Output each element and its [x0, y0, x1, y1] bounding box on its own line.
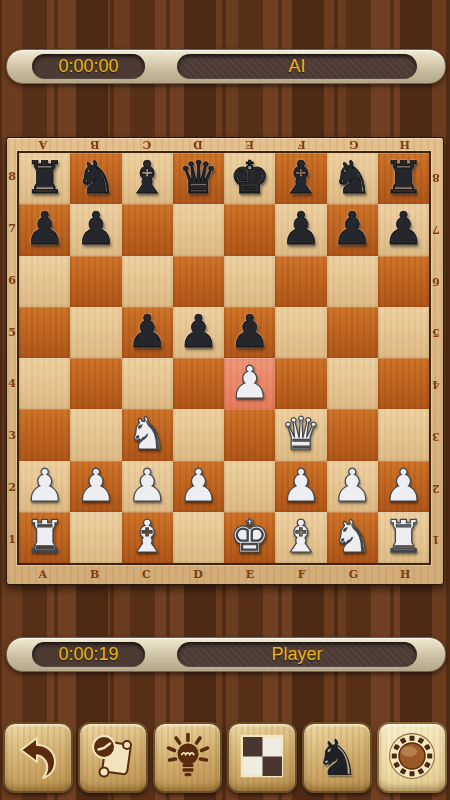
white-knight: ♞: [127, 411, 167, 456]
coordinate-label: 6: [7, 255, 17, 307]
black-rook: ♜: [383, 155, 423, 200]
player-name: Player: [177, 642, 417, 667]
coordinate-label: B: [69, 138, 121, 151]
toolbar: ♞: [3, 722, 447, 793]
ai-time: 0:00:00: [32, 54, 145, 79]
black-knight: ♞: [332, 155, 372, 200]
black-king: ♚: [229, 155, 269, 200]
square-c7[interactable]: [122, 204, 173, 255]
coordinate-label: A: [17, 565, 69, 584]
square-h6[interactable]: [378, 256, 429, 307]
player-time: 0:00:19: [32, 642, 145, 667]
white-rook: ♜: [383, 514, 423, 559]
hint-lightbulb-icon: [164, 732, 212, 783]
coordinate-label: G: [328, 138, 380, 151]
black-pawn: ♟: [281, 206, 321, 251]
white-pawn: ♟: [229, 360, 269, 405]
white-bishop: ♝: [127, 514, 167, 559]
checkerboard-icon: [238, 732, 286, 783]
white-pawn: ♟: [24, 463, 64, 508]
square-f2[interactable]: ♟: [275, 461, 326, 512]
square-a7[interactable]: ♟: [19, 204, 70, 255]
square-e1[interactable]: ♚: [224, 512, 275, 563]
coordinate-label: 4: [429, 358, 443, 410]
settings-button[interactable]: [377, 722, 447, 793]
white-queen: ♛: [281, 411, 321, 456]
white-knight: ♞: [332, 514, 372, 559]
coordinate-label: E: [224, 138, 276, 151]
square-e2[interactable]: [224, 461, 275, 512]
square-c8[interactable]: ♝: [122, 153, 173, 204]
square-e3[interactable]: [224, 409, 275, 460]
square-b6[interactable]: [70, 256, 121, 307]
square-b2[interactable]: ♟: [70, 461, 121, 512]
square-b8[interactable]: ♞: [70, 153, 121, 204]
square-h5[interactable]: [378, 307, 429, 358]
white-pawn: ♟: [76, 463, 116, 508]
black-pawn: ♟: [229, 309, 269, 354]
rank-labels-left: 87654321: [7, 151, 17, 565]
coordinate-label: H: [379, 138, 431, 151]
ai-name: AI: [177, 54, 417, 79]
coordinate-label: F: [276, 138, 328, 151]
square-g5[interactable]: [327, 307, 378, 358]
square-e8[interactable]: ♚: [224, 153, 275, 204]
file-labels-top: ABCDEFGH: [17, 138, 431, 151]
move-list-button[interactable]: [78, 722, 148, 793]
coordinate-label: B: [69, 565, 121, 584]
square-f8[interactable]: ♝: [275, 153, 326, 204]
black-bishop: ♝: [281, 155, 321, 200]
coordinate-label: C: [121, 138, 173, 151]
square-h3[interactable]: [378, 409, 429, 460]
square-c5[interactable]: ♟: [122, 307, 173, 358]
coordinate-label: 1: [7, 513, 17, 565]
white-pawn: ♟: [332, 463, 372, 508]
coordinate-label: F: [276, 565, 328, 584]
black-bishop: ♝: [127, 155, 167, 200]
square-d6[interactable]: [173, 256, 224, 307]
black-pawn: ♟: [383, 206, 423, 251]
square-d4[interactable]: [173, 358, 224, 409]
black-queen: ♛: [178, 155, 218, 200]
coordinate-label: 3: [7, 410, 17, 462]
square-a8[interactable]: ♜: [19, 153, 70, 204]
ai-clock-bar: 0:00:00 AI: [6, 49, 446, 84]
board-grid: ♜♞♝♛♚♝♞♜♟♟♟♟♟♟♟♟♟♞♛♟♟♟♟♟♟♟♜♝♚♝♞♜: [17, 151, 431, 565]
square-d3[interactable]: [173, 409, 224, 460]
square-d5[interactable]: ♟: [173, 307, 224, 358]
square-f3[interactable]: ♛: [275, 409, 326, 460]
coordinate-label: 6: [429, 255, 443, 307]
white-pawn: ♟: [127, 463, 167, 508]
white-pawn: ♟: [383, 463, 423, 508]
black-knight: ♞: [76, 155, 116, 200]
square-e4[interactable]: ♟: [224, 358, 275, 409]
square-b1[interactable]: [70, 512, 121, 563]
settings-dial-icon: [387, 731, 437, 784]
square-h8[interactable]: ♜: [378, 153, 429, 204]
square-a2[interactable]: ♟: [19, 461, 70, 512]
square-d7[interactable]: [173, 204, 224, 255]
square-a4[interactable]: [19, 358, 70, 409]
square-a5[interactable]: [19, 307, 70, 358]
coordinate-label: H: [379, 565, 431, 584]
square-b4[interactable]: [70, 358, 121, 409]
square-h1[interactable]: ♜: [378, 512, 429, 563]
black-pawn: ♟: [24, 206, 64, 251]
hint-button[interactable]: [153, 722, 223, 793]
black-pawn: ♟: [178, 309, 218, 354]
square-f4[interactable]: [275, 358, 326, 409]
square-g2[interactable]: ♟: [327, 461, 378, 512]
coordinate-label: D: [172, 565, 224, 584]
square-a3[interactable]: [19, 409, 70, 460]
coordinate-label: 2: [429, 462, 443, 514]
rank-labels-right: 87654321: [429, 151, 443, 565]
square-d2[interactable]: ♟: [173, 461, 224, 512]
white-rook: ♜: [24, 514, 64, 559]
coordinate-label: 1: [429, 513, 443, 565]
knight-icon: ♞: [315, 733, 360, 783]
black-rook: ♜: [24, 155, 64, 200]
undo-button[interactable]: [3, 722, 73, 793]
square-c4[interactable]: [122, 358, 173, 409]
square-c3[interactable]: ♞: [122, 409, 173, 460]
square-b3[interactable]: [70, 409, 121, 460]
coordinate-label: 3: [429, 410, 443, 462]
black-pawn: ♟: [76, 206, 116, 251]
board-style-button[interactable]: [227, 722, 297, 793]
square-h7[interactable]: ♟: [378, 204, 429, 255]
square-g4[interactable]: [327, 358, 378, 409]
pieces-button[interactable]: ♞: [302, 722, 372, 793]
square-g1[interactable]: ♞: [327, 512, 378, 563]
square-f7[interactable]: ♟: [275, 204, 326, 255]
move-list-scroll-clock-icon: [89, 732, 137, 783]
square-f6[interactable]: [275, 256, 326, 307]
square-b7[interactable]: ♟: [70, 204, 121, 255]
white-pawn: ♟: [281, 463, 321, 508]
coordinate-label: E: [224, 565, 276, 584]
white-king: ♚: [229, 514, 269, 559]
coordinate-label: 7: [429, 203, 443, 255]
square-f1[interactable]: ♝: [275, 512, 326, 563]
player-clock-bar: 0:00:19 Player: [6, 637, 446, 672]
square-c1[interactable]: ♝: [122, 512, 173, 563]
coordinate-label: 5: [7, 306, 17, 358]
coordinate-label: G: [328, 565, 380, 584]
square-c2[interactable]: ♟: [122, 461, 173, 512]
square-h2[interactable]: ♟: [378, 461, 429, 512]
coordinate-label: 2: [7, 462, 17, 514]
file-labels-bottom: ABCDEFGH: [17, 565, 431, 584]
square-a1[interactable]: ♜: [19, 512, 70, 563]
undo-arrow-icon: [14, 732, 62, 783]
square-g3[interactable]: [327, 409, 378, 460]
coordinate-label: C: [121, 565, 173, 584]
white-bishop: ♝: [281, 514, 321, 559]
coordinate-label: D: [172, 138, 224, 151]
coordinate-label: 8: [429, 151, 443, 203]
square-g6[interactable]: [327, 256, 378, 307]
square-h4[interactable]: [378, 358, 429, 409]
chess-board: ABCDEFGH 87654321 ♜♞♝♛♚♝♞♜♟♟♟♟♟♟♟♟♟♞♛♟♟♟…: [6, 137, 444, 585]
black-pawn: ♟: [332, 206, 372, 251]
square-f5[interactable]: [275, 307, 326, 358]
coordinate-label: A: [17, 138, 69, 151]
square-b5[interactable]: [70, 307, 121, 358]
square-c6[interactable]: [122, 256, 173, 307]
square-g8[interactable]: ♞: [327, 153, 378, 204]
square-e6[interactable]: [224, 256, 275, 307]
coordinate-label: 7: [7, 203, 17, 255]
square-d8[interactable]: ♛: [173, 153, 224, 204]
black-pawn: ♟: [127, 309, 167, 354]
coordinate-label: 5: [429, 306, 443, 358]
white-pawn: ♟: [178, 463, 218, 508]
square-g7[interactable]: ♟: [327, 204, 378, 255]
square-d1[interactable]: [173, 512, 224, 563]
coordinate-label: 4: [7, 358, 17, 410]
coordinate-label: 8: [7, 151, 17, 203]
square-e7[interactable]: [224, 204, 275, 255]
square-e5[interactable]: ♟: [224, 307, 275, 358]
square-a6[interactable]: [19, 256, 70, 307]
